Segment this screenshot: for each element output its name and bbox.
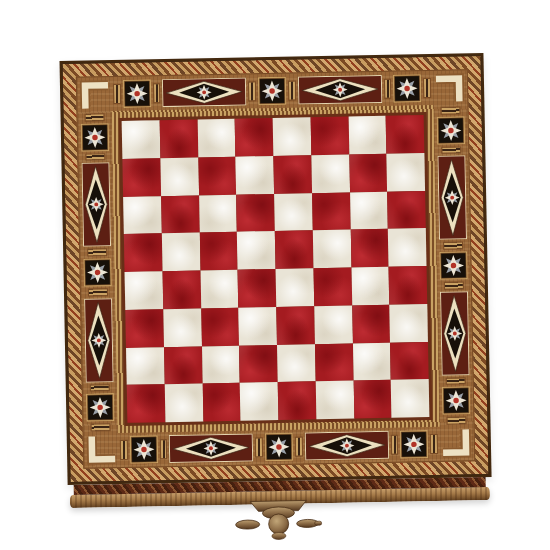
star-medallion-icon [123,79,152,108]
marquetry-border [76,69,475,468]
square-b4[interactable] [162,270,200,308]
square-a4[interactable] [125,271,163,309]
square-a3[interactable] [125,309,163,347]
stripe-separator [390,435,398,455]
square-c5[interactable] [199,232,237,270]
square-g3[interactable] [352,305,390,343]
rope-stripe-band [62,55,490,483]
inner-stripe-band [111,105,439,433]
square-b2[interactable] [164,346,202,384]
square-h8[interactable] [386,115,424,153]
square-h7[interactable] [387,153,425,191]
square-h1[interactable] [391,379,429,417]
square-e2[interactable] [277,344,315,382]
stripe-separator [85,113,105,121]
square-a1[interactable] [127,384,165,422]
square-d2[interactable] [239,344,277,382]
square-d8[interactable] [235,118,273,156]
square-b8[interactable] [159,119,197,157]
chess-box [60,53,493,521]
lozenge-medallion-icon [437,156,467,241]
square-d5[interactable] [237,231,275,269]
square-g6[interactable] [350,191,388,229]
stripe-separator [384,79,392,99]
square-f5[interactable] [313,230,351,268]
star-medallion-icon [442,387,471,416]
stripe-separator [441,146,461,154]
star-medallion-icon [86,393,115,422]
square-b5[interactable] [162,233,200,271]
stripe-separator [446,377,466,385]
square-f7[interactable] [311,154,349,192]
stripe-separator [120,440,128,460]
lozenge-medallion-icon [81,163,111,248]
square-a2[interactable] [126,347,164,385]
stripe-separator [90,424,110,432]
square-a7[interactable] [122,158,160,196]
corner-bracket-icon [77,77,112,112]
border-strip-top [111,73,434,109]
lozenge-medallion-icon [440,291,470,376]
stripe-separator [446,417,466,425]
square-h2[interactable] [390,342,428,380]
star-medallion-icon [400,430,429,459]
square-e1[interactable] [278,381,316,419]
star-medallion-icon [81,123,110,152]
corner-bracket-icon [433,70,468,105]
lozenge-medallion-icon [162,78,247,108]
square-h5[interactable] [388,228,426,266]
square-b7[interactable] [160,157,198,195]
square-c4[interactable] [200,270,238,308]
square-d7[interactable] [236,156,274,194]
stripe-separator [87,249,107,257]
stripe-separator [423,78,431,98]
square-c1[interactable] [202,383,240,421]
square-e8[interactable] [273,117,311,155]
square-b1[interactable] [164,384,202,422]
border-strip-left [79,111,115,434]
square-d3[interactable] [239,307,277,345]
star-medallion-icon [265,433,294,462]
square-g5[interactable] [350,229,388,267]
square-e6[interactable] [274,193,312,231]
stripe-separator [444,281,464,289]
square-f8[interactable] [310,117,348,155]
square-g7[interactable] [349,154,387,192]
stripe-separator [85,153,105,161]
corner-bracket-icon [440,426,475,461]
square-a5[interactable] [124,233,162,271]
star-medallion-icon [393,74,422,103]
square-h3[interactable] [389,304,427,342]
lozenge-medallion-icon [304,431,389,461]
square-d4[interactable] [238,269,276,307]
square-e5[interactable] [275,231,313,269]
lozenge-medallion-icon [298,75,383,105]
chess-board-frame [60,53,492,485]
square-c8[interactable] [197,119,235,157]
stripe-separator [255,437,263,457]
chess-board [122,115,430,423]
square-e7[interactable] [273,155,311,193]
stripe-separator [88,288,108,296]
corner-bracket-icon [84,433,119,468]
square-e3[interactable] [276,306,314,344]
square-f3[interactable] [314,305,352,343]
border-strip-right [435,104,471,427]
square-c6[interactable] [199,194,237,232]
star-medallion-icon [129,435,158,464]
square-g1[interactable] [353,380,391,418]
stripe-separator [90,384,110,392]
stripe-separator [153,83,161,103]
photo-background [0,0,550,550]
lozenge-medallion-icon [169,433,254,463]
square-f4[interactable] [313,268,351,306]
stripe-separator [295,437,303,457]
square-a6[interactable] [123,196,161,234]
stripe-separator [443,242,463,250]
square-g4[interactable] [351,267,389,305]
square-g8[interactable] [348,116,386,154]
stripe-separator [440,106,460,114]
square-a8[interactable] [122,120,160,158]
square-g2[interactable] [352,342,390,380]
square-f2[interactable] [315,343,353,381]
stripe-separator [159,439,167,459]
square-b3[interactable] [163,308,201,346]
square-h6[interactable] [387,191,425,229]
star-medallion-icon [258,77,287,106]
square-d1[interactable] [240,382,278,420]
square-f1[interactable] [315,381,353,419]
square-h4[interactable] [389,266,427,304]
stripe-separator [113,84,121,104]
lozenge-medallion-icon [84,298,114,383]
star-medallion-icon [437,116,466,145]
square-d6[interactable] [236,194,274,232]
brass-clasp-icon [234,499,323,543]
square-f6[interactable] [312,192,350,230]
square-c7[interactable] [198,156,236,194]
star-medallion-icon [83,258,112,287]
stripe-separator [430,434,438,454]
field-border [119,112,433,426]
square-e4[interactable] [276,268,314,306]
border-strip-bottom [118,429,441,465]
stripe-separator [248,81,256,101]
square-c3[interactable] [201,307,239,345]
star-medallion-icon [439,251,468,280]
square-c2[interactable] [202,345,240,383]
square-b6[interactable] [161,195,199,233]
stripe-separator [288,81,296,101]
